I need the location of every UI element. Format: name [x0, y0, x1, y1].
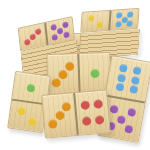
- domino-half-2-pips: [81, 11, 111, 32]
- pip: [127, 20, 133, 26]
- pip: [119, 64, 128, 73]
- pip: [131, 75, 140, 84]
- domino-tile-2-5: [80, 8, 139, 33]
- pip: [127, 12, 133, 18]
- domino-half-3-pips: [47, 54, 80, 95]
- pip: [115, 21, 121, 27]
- pip: [93, 99, 103, 109]
- pip: [82, 117, 92, 127]
- pip: [52, 33, 58, 40]
- pip: [24, 39, 30, 46]
- pip: [116, 82, 125, 91]
- pip: [51, 78, 60, 87]
- pip: [110, 105, 119, 114]
- pip: [17, 106, 26, 115]
- domino-half-4-pips: [75, 90, 110, 135]
- pip: [48, 120, 58, 130]
- domino-tile-3-4: [41, 89, 111, 139]
- pip: [88, 15, 94, 21]
- pip: [65, 62, 74, 71]
- pip: [81, 100, 91, 110]
- pip: [127, 108, 136, 117]
- domino-half-5-pips: [46, 17, 74, 44]
- pip: [90, 69, 99, 78]
- pip: [132, 66, 141, 75]
- domino-half-2-pips: [8, 101, 45, 132]
- domino-half-3-pips: [42, 93, 79, 138]
- pip: [55, 111, 65, 121]
- pip: [129, 85, 138, 94]
- pip: [117, 73, 126, 82]
- pip: [117, 115, 126, 124]
- domino-half-3-pips: [19, 23, 49, 51]
- pip: [29, 33, 35, 40]
- domino-half-5-pips: [110, 9, 138, 30]
- pip: [28, 118, 37, 127]
- pip: [94, 116, 104, 126]
- pip: [97, 21, 103, 27]
- pip: [61, 102, 71, 112]
- pip: [124, 125, 133, 134]
- pip: [35, 28, 41, 35]
- dominoes-product-photo: [0, 0, 150, 150]
- pip: [63, 31, 69, 38]
- pip: [58, 70, 67, 79]
- domino-half-6-pips: [105, 56, 150, 103]
- pip: [62, 21, 68, 28]
- pip: [27, 83, 36, 92]
